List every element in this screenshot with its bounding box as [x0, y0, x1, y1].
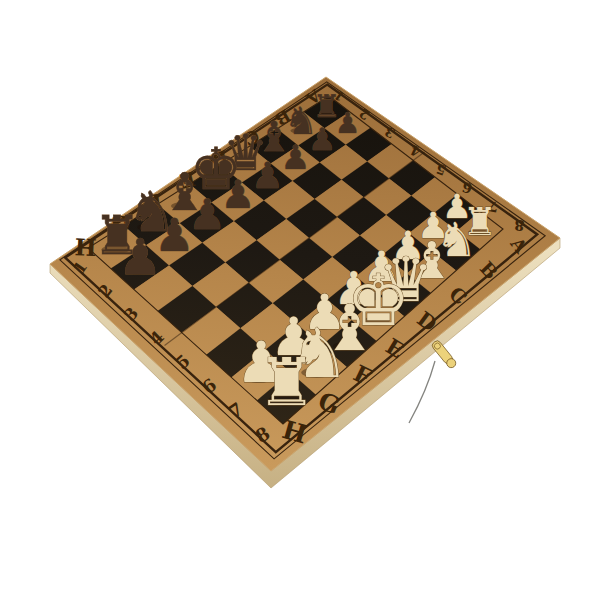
piece-dark-pawn-c2: ♟: [280, 138, 310, 177]
chess-set-photo: 1234567812345678ABCDEFGHABCDEFGH♜♟♞♟♝♟♛♟…: [0, 0, 600, 600]
piece-dark-pawn-h2: ♟: [118, 228, 162, 286]
chess-board: 1234567812345678ABCDEFGHABCDEFGH♜♟♞♟♝♟♛♟…: [0, 0, 600, 600]
piece-dark-pawn-a2: ♟: [335, 106, 361, 140]
piece-light-rook-h8: ♜: [257, 344, 316, 420]
piece-dark-pawn-b2: ♟: [308, 121, 336, 157]
piece-dark-pawn-d2: ♟: [251, 155, 283, 197]
rank-label-topright-8: 8: [513, 217, 525, 235]
